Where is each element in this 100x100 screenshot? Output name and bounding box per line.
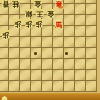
piece-kanji: 桂: [12, 0, 19, 9]
board-cell[interactable]: [9, 48, 20, 59]
board-cell[interactable]: [53, 70, 64, 81]
piece-kanji: 歩: [2, 29, 9, 39]
shogi-app-screenshot: 香桂金竜銀王金歩歩歩馬歩: [0, 0, 100, 100]
board-cell[interactable]: [86, 70, 97, 81]
board-cell[interactable]: [86, 48, 97, 59]
board-cell[interactable]: [64, 4, 75, 15]
piece-kanji: 香: [2, 0, 9, 9]
star-point-dot: [65, 52, 68, 55]
star-point-dot: [34, 52, 37, 55]
piece-kanji: 歩: [25, 19, 32, 29]
board-cell[interactable]: [42, 81, 53, 92]
board-cell[interactable]: [86, 4, 97, 15]
piece-kanji: 王: [36, 8, 43, 18]
board-cell[interactable]: [42, 70, 53, 81]
board-cell[interactable]: [75, 37, 86, 48]
board-cell[interactable]: [64, 15, 75, 26]
board-cell[interactable]: [9, 37, 20, 48]
board-cell[interactable]: [42, 26, 53, 37]
board-cell[interactable]: [75, 59, 86, 70]
board-cell[interactable]: [53, 37, 64, 48]
board-cell[interactable]: [0, 70, 9, 81]
board-cell[interactable]: [9, 70, 20, 81]
board-cell[interactable]: [0, 59, 9, 70]
board-cell[interactable]: [31, 37, 42, 48]
board-cell[interactable]: [31, 59, 42, 70]
piece-kanji: 馬: [55, 20, 62, 30]
board-cell[interactable]: [75, 4, 86, 15]
board-cell[interactable]: [86, 37, 97, 48]
board-cell[interactable]: [20, 37, 31, 48]
board-cell[interactable]: [20, 59, 31, 70]
board-cell[interactable]: [0, 48, 9, 59]
board-cell[interactable]: [86, 26, 97, 37]
piece-kanji: 歩: [35, 19, 42, 29]
board-cell[interactable]: [42, 37, 53, 48]
shogi-piece-silver[interactable]: 銀: [24, 9, 34, 19]
board-cell[interactable]: [53, 81, 64, 92]
board-cell[interactable]: [31, 81, 42, 92]
board-cell[interactable]: [75, 15, 86, 26]
board-cell[interactable]: [0, 15, 9, 26]
board-cell[interactable]: [9, 59, 20, 70]
board-cell[interactable]: [9, 81, 20, 92]
board-cell[interactable]: [20, 48, 31, 59]
piece-stand: [0, 93, 100, 100]
piece-kanji: 竜: [56, 0, 63, 10]
shogi-piece-promoted-rook[interactable]: 竜: [55, 0, 65, 9]
piece-kanji: 金: [34, 0, 41, 9]
piece-kanji: 銀: [25, 8, 32, 18]
shogi-piece-king[interactable]: 王: [35, 9, 45, 19]
board-cell[interactable]: [75, 26, 86, 37]
board-cell[interactable]: [42, 59, 53, 70]
board-cell[interactable]: [53, 59, 64, 70]
board-cell[interactable]: [64, 81, 75, 92]
board-cell[interactable]: [0, 81, 9, 92]
board-cell[interactable]: [75, 48, 86, 59]
board-cell[interactable]: [86, 59, 97, 70]
board-cell[interactable]: [86, 81, 97, 92]
board-cell[interactable]: [31, 70, 42, 81]
board-cell[interactable]: [64, 70, 75, 81]
board-cell[interactable]: [75, 81, 86, 92]
board-cell[interactable]: [20, 70, 31, 81]
shogi-piece-pawn[interactable]: 歩: [1, 30, 11, 40]
piece-kanji: 歩: [14, 19, 21, 29]
piece-kanji: 金: [47, 8, 54, 18]
board-cell[interactable]: [86, 15, 97, 26]
board-cell[interactable]: [64, 26, 75, 37]
board-cell[interactable]: [53, 48, 64, 59]
board-cell[interactable]: [64, 37, 75, 48]
board-cell[interactable]: [75, 70, 86, 81]
board-cell[interactable]: [64, 59, 75, 70]
board-cell[interactable]: [42, 48, 53, 59]
board-cell[interactable]: [20, 81, 31, 92]
